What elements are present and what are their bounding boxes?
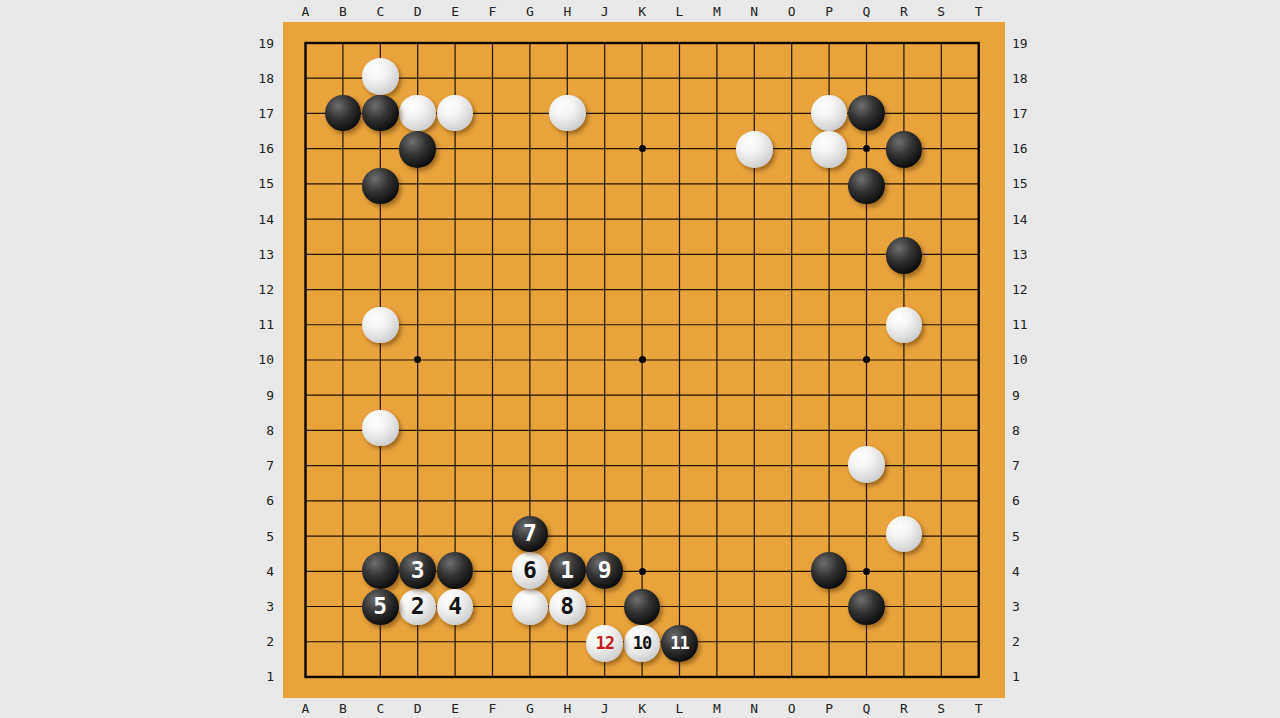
row-label-left-13: 13 <box>230 237 276 272</box>
row-label-left-10: 10 <box>230 342 276 377</box>
col-label-top-a: A <box>287 0 324 23</box>
row-label-right-7: 7 <box>1010 448 1056 483</box>
col-label-top-d: D <box>399 0 436 23</box>
stone-q7 <box>848 446 885 483</box>
col-label-bottom-r: R <box>885 699 922 718</box>
row-label-right-11: 11 <box>1010 307 1056 342</box>
stone-c17 <box>362 95 399 132</box>
col-label-bottom-c: C <box>362 699 399 718</box>
move-number: 6 <box>523 559 537 582</box>
row-labels-left: 19181716151413121110987654321 <box>230 25 276 694</box>
stone-r13 <box>886 237 923 274</box>
stone-p17 <box>811 95 848 132</box>
stone-r11 <box>886 307 923 344</box>
stone-p16 <box>811 131 848 168</box>
col-label-top-f: F <box>474 0 511 23</box>
stone-h4: 1 <box>549 552 586 589</box>
row-label-left-1: 1 <box>230 659 276 694</box>
col-label-top-g: G <box>511 0 548 23</box>
row-label-left-8: 8 <box>230 413 276 448</box>
stone-q3 <box>848 589 885 626</box>
row-label-left-18: 18 <box>230 61 276 96</box>
row-label-right-17: 17 <box>1010 96 1056 131</box>
row-label-right-18: 18 <box>1010 61 1056 96</box>
column-labels-top: ABCDEFGHJKLMNOPQRST <box>287 0 998 23</box>
stone-d16 <box>399 131 436 168</box>
stone-q17 <box>848 95 885 132</box>
col-label-top-k: K <box>623 0 660 23</box>
col-label-top-n: N <box>736 0 773 23</box>
stone-c18 <box>362 58 399 95</box>
col-label-bottom-d: D <box>399 699 436 718</box>
row-label-right-9: 9 <box>1010 378 1056 413</box>
col-label-bottom-h: H <box>549 699 586 718</box>
col-label-top-q: Q <box>848 0 885 23</box>
row-label-right-3: 3 <box>1010 589 1056 624</box>
row-label-left-11: 11 <box>230 307 276 342</box>
col-label-bottom-g: G <box>511 699 548 718</box>
row-label-left-5: 5 <box>230 518 276 553</box>
stone-j4: 9 <box>586 552 623 589</box>
stone-j2: 12 <box>586 625 623 662</box>
col-label-bottom-s: S <box>923 699 960 718</box>
move-number: 7 <box>523 522 537 545</box>
row-label-right-16: 16 <box>1010 131 1056 166</box>
stone-c3: 5 <box>362 589 399 626</box>
stone-e17 <box>437 95 474 132</box>
row-label-left-7: 7 <box>230 448 276 483</box>
row-label-right-14: 14 <box>1010 201 1056 236</box>
row-label-left-3: 3 <box>230 589 276 624</box>
stone-c15 <box>362 168 399 205</box>
stone-e3: 4 <box>437 589 474 626</box>
row-label-right-2: 2 <box>1010 624 1056 659</box>
row-label-left-9: 9 <box>230 378 276 413</box>
row-label-right-15: 15 <box>1010 166 1056 201</box>
col-label-top-r: R <box>885 0 922 23</box>
col-label-bottom-n: N <box>736 699 773 718</box>
row-label-left-15: 15 <box>230 166 276 201</box>
row-label-right-19: 19 <box>1010 25 1056 60</box>
col-label-top-e: E <box>436 0 473 23</box>
row-label-left-14: 14 <box>230 201 276 236</box>
col-label-top-s: S <box>923 0 960 23</box>
row-label-right-4: 4 <box>1010 554 1056 589</box>
col-label-bottom-j: J <box>586 699 623 718</box>
stone-d4: 3 <box>399 552 436 589</box>
row-label-left-4: 4 <box>230 554 276 589</box>
stone-r16 <box>886 131 923 168</box>
col-label-bottom-t: T <box>960 699 997 718</box>
row-label-right-12: 12 <box>1010 272 1056 307</box>
stone-h17 <box>549 95 586 132</box>
row-label-left-19: 19 <box>230 25 276 60</box>
stone-layer: 123456789101112 <box>287 25 998 694</box>
row-label-left-2: 2 <box>230 624 276 659</box>
stone-g5: 7 <box>512 516 549 553</box>
col-label-bottom-b: B <box>324 699 361 718</box>
stone-h3: 8 <box>549 589 586 626</box>
col-label-bottom-l: L <box>661 699 698 718</box>
row-label-right-1: 1 <box>1010 659 1056 694</box>
col-label-top-p: P <box>810 0 847 23</box>
stone-q15 <box>848 168 885 205</box>
stone-p4 <box>811 552 848 589</box>
row-label-left-6: 6 <box>230 483 276 518</box>
stone-e4 <box>437 552 474 589</box>
move-number: 2 <box>411 595 425 618</box>
col-label-bottom-k: K <box>623 699 660 718</box>
stone-c11 <box>362 307 399 344</box>
col-label-bottom-a: A <box>287 699 324 718</box>
col-label-top-m: M <box>698 0 735 23</box>
stone-g4: 6 <box>512 552 549 589</box>
col-label-bottom-p: P <box>810 699 847 718</box>
col-label-top-h: H <box>549 0 586 23</box>
row-label-right-6: 6 <box>1010 483 1056 518</box>
stone-k2: 10 <box>624 625 661 662</box>
col-label-bottom-q: Q <box>848 699 885 718</box>
stone-b17 <box>325 95 362 132</box>
row-label-left-12: 12 <box>230 272 276 307</box>
stone-c4 <box>362 552 399 589</box>
move-number: 10 <box>633 635 651 652</box>
col-label-top-l: L <box>661 0 698 23</box>
col-label-top-o: O <box>773 0 810 23</box>
move-number: 12 <box>595 635 613 652</box>
column-labels-bottom: ABCDEFGHJKLMNOPQRST <box>287 699 998 718</box>
col-label-bottom-o: O <box>773 699 810 718</box>
col-label-top-t: T <box>960 0 997 23</box>
stone-g3 <box>512 589 549 626</box>
stone-c8 <box>362 410 399 447</box>
col-label-bottom-e: E <box>436 699 473 718</box>
move-number: 3 <box>411 559 425 582</box>
go-diagram-page: 123456789101112 ABCDEFGHJKLMNOPQRST ABCD… <box>0 0 1280 718</box>
row-label-right-10: 10 <box>1010 342 1056 377</box>
move-number: 1 <box>560 559 574 582</box>
col-label-top-c: C <box>362 0 399 23</box>
stone-n16 <box>736 131 773 168</box>
row-label-left-17: 17 <box>230 96 276 131</box>
stone-l2: 11 <box>661 625 698 662</box>
move-number: 11 <box>670 635 688 652</box>
col-label-bottom-f: F <box>474 699 511 718</box>
row-label-right-13: 13 <box>1010 237 1056 272</box>
move-number: 5 <box>373 595 387 618</box>
stone-k3 <box>624 589 661 626</box>
move-number: 8 <box>560 595 574 618</box>
col-label-bottom-m: M <box>698 699 735 718</box>
row-label-left-16: 16 <box>230 131 276 166</box>
col-label-top-j: J <box>586 0 623 23</box>
row-label-right-8: 8 <box>1010 413 1056 448</box>
move-number: 4 <box>448 595 462 618</box>
stone-d17 <box>399 95 436 132</box>
stone-d3: 2 <box>399 589 436 626</box>
row-label-right-5: 5 <box>1010 518 1056 553</box>
stone-r5 <box>886 516 923 553</box>
col-label-top-b: B <box>324 0 361 23</box>
move-number: 9 <box>598 559 612 582</box>
row-labels-right: 19181716151413121110987654321 <box>1010 25 1056 694</box>
